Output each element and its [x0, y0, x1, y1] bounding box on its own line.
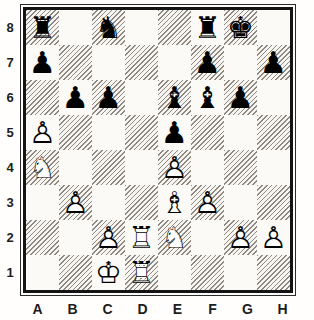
rank-label-1: 1	[2, 255, 18, 290]
black-piece-glyph: ♜	[26, 10, 59, 45]
board-border-inner: ♜♞♜♚♟♟♟♟♟♝♝♟♟♙♟♞♘♟♙♟♙♝♗♟♙♟♙♜♖♞♘♟♙♟♙♚♔♜♖	[23, 7, 293, 293]
white-pawn-c2: ♟♙	[92, 220, 125, 255]
black-piece-glyph: ♟	[92, 80, 125, 115]
square-e1[interactable]	[158, 255, 191, 290]
square-g8[interactable]: ♚	[224, 10, 257, 45]
file-label-g: G	[230, 301, 265, 317]
black-king-g8: ♚	[224, 10, 257, 45]
white-pawn-h2: ♟♙	[257, 220, 290, 255]
square-g1[interactable]	[224, 255, 257, 290]
white-rook-d2: ♜♖	[125, 220, 158, 255]
square-f7[interactable]: ♟	[191, 45, 224, 80]
square-h1[interactable]	[257, 255, 290, 290]
file-label-b: B	[55, 301, 90, 317]
white-piece-outline: ♙	[158, 150, 191, 185]
square-d3[interactable]	[125, 185, 158, 220]
square-b4[interactable]	[59, 150, 92, 185]
square-c2[interactable]: ♟♙	[92, 220, 125, 255]
black-piece-glyph: ♟	[191, 45, 224, 80]
board-border-outer: ♜♞♜♚♟♟♟♟♟♝♝♟♟♙♟♞♘♟♙♟♙♝♗♟♙♟♙♜♖♞♘♟♙♟♙♚♔♜♖	[20, 4, 296, 296]
square-h3[interactable]	[257, 185, 290, 220]
chess-board: ♜♞♜♚♟♟♟♟♟♝♝♟♟♙♟♞♘♟♙♟♙♝♗♟♙♟♙♜♖♞♘♟♙♟♙♚♔♜♖	[26, 10, 290, 290]
black-piece-glyph: ♜	[191, 10, 224, 45]
square-d5[interactable]	[125, 115, 158, 150]
white-piece-outline: ♖	[125, 220, 158, 255]
square-d4[interactable]	[125, 150, 158, 185]
black-pawn-h7: ♟	[257, 45, 290, 80]
square-e5[interactable]: ♟	[158, 115, 191, 150]
square-b6[interactable]: ♟	[59, 80, 92, 115]
rank-label-2: 2	[2, 220, 18, 255]
square-b7[interactable]	[59, 45, 92, 80]
square-h6[interactable]	[257, 80, 290, 115]
square-g7[interactable]	[224, 45, 257, 80]
black-knight-c8: ♞	[92, 10, 125, 45]
square-c6[interactable]: ♟	[92, 80, 125, 115]
square-a8[interactable]: ♜	[26, 10, 59, 45]
square-c3[interactable]	[92, 185, 125, 220]
square-f8[interactable]: ♜	[191, 10, 224, 45]
rank-label-8: 8	[2, 10, 18, 45]
square-f5[interactable]	[191, 115, 224, 150]
file-label-e: E	[160, 301, 195, 317]
white-piece-outline: ♙	[92, 220, 125, 255]
square-g4[interactable]	[224, 150, 257, 185]
square-d1[interactable]: ♜♖	[125, 255, 158, 290]
file-label-f: F	[195, 301, 230, 317]
black-bishop-f6: ♝	[191, 80, 224, 115]
square-a2[interactable]	[26, 220, 59, 255]
square-a3[interactable]	[26, 185, 59, 220]
rank-label-7: 7	[2, 45, 18, 80]
black-piece-glyph: ♟	[26, 45, 59, 80]
square-c5[interactable]	[92, 115, 125, 150]
white-piece-outline: ♘	[26, 150, 59, 185]
square-f2[interactable]	[191, 220, 224, 255]
file-labels-row: ABCDEFGH	[20, 301, 300, 317]
square-a4[interactable]: ♞♘	[26, 150, 59, 185]
black-rook-f8: ♜	[191, 10, 224, 45]
white-piece-outline: ♙	[257, 220, 290, 255]
black-pawn-c6: ♟	[92, 80, 125, 115]
white-piece-outline: ♙	[224, 220, 257, 255]
white-piece-outline: ♙	[191, 185, 224, 220]
square-h5[interactable]	[257, 115, 290, 150]
black-piece-glyph: ♞	[92, 10, 125, 45]
rank-label-4: 4	[2, 150, 18, 185]
black-piece-glyph: ♟	[257, 45, 290, 80]
black-pawn-a7: ♟	[26, 45, 59, 80]
square-a6[interactable]	[26, 80, 59, 115]
black-rook-a8: ♜	[26, 10, 59, 45]
white-king-c1: ♚♔	[92, 255, 125, 290]
square-e2[interactable]: ♞♘	[158, 220, 191, 255]
square-d7[interactable]	[125, 45, 158, 80]
square-d2[interactable]: ♜♖	[125, 220, 158, 255]
square-b2[interactable]	[59, 220, 92, 255]
white-knight-a4: ♞♘	[26, 150, 59, 185]
white-piece-outline: ♖	[125, 255, 158, 290]
rank-labels-column: 87654321	[2, 10, 18, 290]
square-c8[interactable]: ♞	[92, 10, 125, 45]
white-pawn-a5: ♟♙	[26, 115, 59, 150]
square-f4[interactable]	[191, 150, 224, 185]
square-c1[interactable]: ♚♔	[92, 255, 125, 290]
black-pawn-g6: ♟	[224, 80, 257, 115]
black-pawn-f7: ♟	[191, 45, 224, 80]
square-g3[interactable]	[224, 185, 257, 220]
square-a1[interactable]	[26, 255, 59, 290]
square-g6[interactable]: ♟	[224, 80, 257, 115]
black-piece-glyph: ♝	[158, 80, 191, 115]
square-c7[interactable]	[92, 45, 125, 80]
black-bishop-e6: ♝	[158, 80, 191, 115]
square-b5[interactable]	[59, 115, 92, 150]
black-piece-glyph: ♝	[191, 80, 224, 115]
black-piece-glyph: ♟	[158, 115, 191, 150]
square-a7[interactable]: ♟	[26, 45, 59, 80]
square-f3[interactable]: ♟♙	[191, 185, 224, 220]
white-rook-d1: ♜♖	[125, 255, 158, 290]
square-h8[interactable]	[257, 10, 290, 45]
square-d6[interactable]	[125, 80, 158, 115]
square-a5[interactable]: ♟♙	[26, 115, 59, 150]
square-b3[interactable]: ♟♙	[59, 185, 92, 220]
square-f1[interactable]	[191, 255, 224, 290]
black-pawn-e5: ♟	[158, 115, 191, 150]
square-e7[interactable]	[158, 45, 191, 80]
square-f6[interactable]: ♝	[191, 80, 224, 115]
black-pawn-b6: ♟	[59, 80, 92, 115]
square-c4[interactable]	[92, 150, 125, 185]
file-label-c: C	[90, 301, 125, 317]
square-h2[interactable]: ♟♙	[257, 220, 290, 255]
white-pawn-e4: ♟♙	[158, 150, 191, 185]
square-b8[interactable]	[59, 10, 92, 45]
white-pawn-f3: ♟♙	[191, 185, 224, 220]
chess-diagram: 87654321 ♜♞♜♚♟♟♟♟♟♝♝♟♟♙♟♞♘♟♙♟♙♝♗♟♙♟♙♜♖♞♘…	[0, 0, 314, 320]
square-e6[interactable]: ♝	[158, 80, 191, 115]
white-pawn-g2: ♟♙	[224, 220, 257, 255]
rank-label-6: 6	[2, 80, 18, 115]
square-h4[interactable]	[257, 150, 290, 185]
black-piece-glyph: ♟	[59, 80, 92, 115]
rank-label-5: 5	[2, 115, 18, 150]
white-pawn-b3: ♟♙	[59, 185, 92, 220]
square-h7[interactable]: ♟	[257, 45, 290, 80]
file-label-a: A	[20, 301, 55, 317]
square-g2[interactable]: ♟♙	[224, 220, 257, 255]
square-e3[interactable]: ♝♗	[158, 185, 191, 220]
rank-label-3: 3	[2, 185, 18, 220]
square-d8[interactable]	[125, 10, 158, 45]
white-bishop-e3: ♝♗	[158, 185, 191, 220]
square-e4[interactable]: ♟♙	[158, 150, 191, 185]
square-b1[interactable]	[59, 255, 92, 290]
square-e8[interactable]	[158, 10, 191, 45]
white-piece-outline: ♗	[158, 185, 191, 220]
file-label-d: D	[125, 301, 160, 317]
black-piece-glyph: ♟	[224, 80, 257, 115]
white-piece-outline: ♔	[92, 255, 125, 290]
white-piece-outline: ♙	[59, 185, 92, 220]
white-piece-outline: ♘	[158, 220, 191, 255]
white-knight-e2: ♞♘	[158, 220, 191, 255]
black-piece-glyph: ♚	[224, 10, 257, 45]
white-piece-outline: ♙	[26, 115, 59, 150]
square-g5[interactable]	[224, 115, 257, 150]
file-label-h: H	[265, 301, 300, 317]
